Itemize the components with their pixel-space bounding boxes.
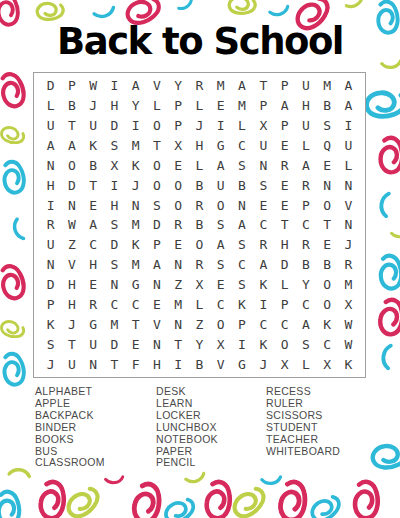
grid-cell[interactable]: K [253,334,274,354]
grid-cell[interactable]: O [210,314,231,334]
grid-cell[interactable]: I [168,354,189,374]
grid-cell[interactable]: Y [295,275,316,295]
grid-cell[interactable]: S [210,255,231,275]
grid-cell[interactable]: V [338,195,359,215]
doodle-curve-icon [174,0,197,14]
word-list-item: BACKPACK [35,410,156,422]
grid-cell[interactable]: L [40,96,61,116]
grid-cell[interactable]: A [295,314,316,334]
grid-cell[interactable]: V [210,354,231,374]
doodle-curve-icon [259,473,282,488]
grid-cell[interactable]: G [231,354,252,374]
doodle-curve-icon [267,4,290,19]
grid-cell[interactable]: P [253,96,274,116]
grid-cell[interactable]: E [168,155,189,175]
grid-cell[interactable]: O [316,195,337,215]
grid-cell[interactable]: M [316,76,337,96]
grid-cell[interactable]: J [83,96,104,116]
grid-cell[interactable]: L [189,295,210,315]
grid-cell[interactable]: J [40,354,61,374]
grid-cell[interactable]: C [210,295,231,315]
grid-cell[interactable]: K [338,354,359,374]
grid-cell[interactable]: I [231,334,252,354]
word-list: ALPHABETAPPLEBACKPACKBINDERBOOKSBUSCLASS… [35,386,385,469]
grid-cell[interactable]: N [146,334,167,354]
grid-cell[interactable]: I [253,295,274,315]
grid-cell[interactable]: H [104,195,125,215]
grid-cell[interactable]: U [295,76,316,96]
grid-cell[interactable]: S [210,215,231,235]
grid-cell[interactable]: G [125,275,146,295]
grid-cell[interactable]: B [61,96,82,116]
grid-cell[interactable]: C [316,334,337,354]
doodle-curve-icon [342,0,367,12]
paperclip-icon [125,478,168,518]
grid-cell[interactable]: A [83,215,104,235]
grid-cell[interactable]: W [83,76,104,96]
word-list-item: LOCKER [156,410,266,422]
grid-cell[interactable]: A [295,155,316,175]
grid-cell[interactable]: H [40,175,61,195]
word-list-item: BOOKS [35,434,156,446]
grid-cell[interactable]: E [146,295,167,315]
grid-cell[interactable]: R [168,215,189,235]
doodle-curve-icon [91,5,116,21]
grid-cell[interactable]: O [146,175,167,195]
grid-cell[interactable]: E [83,275,104,295]
grid-cell[interactable]: D [61,175,82,195]
paperclip-icon [305,488,345,518]
grid-cell[interactable]: S [253,175,274,195]
grid-cell[interactable]: C [83,235,104,255]
grid-cell[interactable]: M [338,275,359,295]
grid-cell[interactable]: Y [168,76,189,96]
grid-cell[interactable]: O [189,235,210,255]
grid-cell[interactable]: M [168,295,189,315]
word-list-item: STUDENT [266,422,340,434]
grid-cell[interactable]: A [125,76,146,96]
grid-cell[interactable]: S [104,136,125,156]
paperclip-icon [0,317,27,341]
grid-cell[interactable]: C [104,295,125,315]
grid-cell[interactable]: M [231,96,252,116]
grid-cell[interactable]: X [316,354,337,374]
grid-cell[interactable]: N [231,195,252,215]
grid-cell[interactable]: E [253,195,274,215]
grid-cell[interactable]: D [146,215,167,235]
grid-cell[interactable]: N [253,155,274,175]
grid-cell[interactable]: A [40,136,61,156]
grid-cell[interactable]: T [316,215,337,235]
grid-cell[interactable]: H [295,96,316,116]
grid-cell[interactable]: J [253,354,274,374]
grid-cell[interactable]: X [104,155,125,175]
word-list-item: SCISSORS [266,410,340,422]
grid-cell[interactable]: J [125,175,146,195]
grid-cell[interactable]: O [146,116,167,136]
grid-cell[interactable]: A [338,76,359,96]
grid-cell[interactable]: J [61,314,82,334]
grid-cell[interactable]: R [83,295,104,315]
grid-cell[interactable]: E [274,136,295,156]
paperclip-icon [61,480,103,518]
grid-cell[interactable]: N [168,255,189,275]
paperclip-icon [0,259,36,307]
grid-cell[interactable]: V [146,76,167,96]
grid-cell[interactable]: W [338,314,359,334]
grid-cell[interactable]: U [83,116,104,136]
grid-cell[interactable]: R [189,76,210,96]
grid-cell[interactable]: S [104,255,125,275]
word-search-grid: DPWIAVYRMATPUMALBJHYLPLEMPAHBAUTUDIOPJIL… [33,72,366,378]
grid-cell[interactable]: I [40,195,61,215]
grid-cell[interactable]: K [253,275,274,295]
grid-cell[interactable]: N [40,255,61,275]
grid-cell[interactable]: E [274,175,295,195]
grid-cell[interactable]: P [40,295,61,315]
grid-cell[interactable]: F [125,354,146,374]
page-title: Back to School [0,20,400,63]
word-list-item: NOTEBOOK [156,434,266,446]
grid-cell[interactable]: L [189,96,210,116]
grid-cell[interactable]: C [231,255,252,275]
grid-cell[interactable]: G [210,136,231,156]
grid-cell[interactable]: S [295,334,316,354]
grid-cell[interactable]: E [316,155,337,175]
grid-cell[interactable]: N [61,195,82,215]
grid-cell[interactable]: C [231,136,252,156]
paperclip-icon [159,490,200,518]
paperclip-icon [0,123,27,147]
grid-cell[interactable]: E [83,195,104,215]
grid-cell[interactable]: N [146,275,167,295]
grid-cell[interactable]: Z [189,314,210,334]
grid-cell[interactable]: R [295,175,316,195]
grid-cell[interactable]: H [146,354,167,374]
grid-cell[interactable]: A [231,215,252,235]
grid-cell[interactable]: P [168,96,189,116]
grid-cell[interactable]: W [61,215,82,235]
doodle-curve-icon [6,462,33,483]
word-list-item: TEACHER [266,434,340,446]
grid-cell[interactable]: L [295,136,316,156]
grid-cell[interactable]: N [104,275,125,295]
word-list-item: LUNCHBOX [156,422,266,434]
paperclip-icon [0,156,35,201]
word-list-column: DESKLEARNLOCKERLUNCHBOXNOTEBOOKPAPERPENC… [156,386,266,469]
grid-cell[interactable]: A [146,255,167,275]
grid-cell[interactable]: B [231,175,252,195]
paperclip-icon [368,249,400,296]
grid-cell[interactable]: J [189,116,210,136]
grid-cell[interactable]: U [210,175,231,195]
grid-cell[interactable]: C [253,215,274,235]
paperclip-icon [30,476,74,518]
grid-cell[interactable]: O [274,334,295,354]
grid-cell[interactable]: S [231,155,252,175]
grid-cell[interactable]: E [274,195,295,215]
grid-cell[interactable]: T [168,334,189,354]
grid-cell[interactable]: N [316,175,337,195]
grid-cell[interactable]: W [338,334,359,354]
grid-cell[interactable]: H [104,96,125,116]
grid-cell[interactable]: B [295,255,316,275]
grid-cell[interactable]: P [295,195,316,215]
grid-cell[interactable]: O [168,175,189,195]
grid-cell[interactable]: D [40,275,61,295]
grid-cell[interactable]: V [146,314,167,334]
grid-cell[interactable]: R [338,255,359,275]
grid-cell[interactable]: S [104,215,125,235]
grid-cell[interactable]: G [83,314,104,334]
grid-cell[interactable]: O [168,195,189,215]
grid-cell[interactable]: D [104,235,125,255]
grid-cell[interactable]: E [210,96,231,116]
grid-cell[interactable]: U [253,136,274,156]
word-list-column: ALPHABETAPPLEBACKPACKBINDERBOOKSBUSCLASS… [35,386,156,469]
grid-cell[interactable]: M [125,255,146,275]
grid-cell[interactable]: R [189,195,210,215]
grid-cell[interactable]: U [295,116,316,136]
grid-cell[interactable]: R [40,215,61,235]
grid-cell[interactable]: T [253,76,274,96]
grid-cell[interactable]: O [316,275,337,295]
doodle-curve-icon [373,189,397,219]
grid-cell[interactable]: N [338,175,359,195]
grid-cell[interactable]: J [338,235,359,255]
grid-cell[interactable]: H [61,295,82,315]
word-list-item: CLASSROOM [35,457,156,469]
grid-cell[interactable]: D [40,76,61,96]
grid-cell[interactable]: K [316,314,337,334]
grid-cell[interactable]: N [40,155,61,175]
grid-cell[interactable]: X [253,116,274,136]
grid-cell[interactable]: I [104,76,125,96]
grid-cell[interactable]: D [104,116,125,136]
grid-cell[interactable]: E [316,235,337,255]
grid-cell[interactable]: X [274,354,295,374]
grid-cell[interactable]: C [295,295,316,315]
word-list-column: RECESSRULERSCISSORSSTUDENTTEACHERWHITEBO… [266,386,340,469]
grid-cell[interactable]: A [210,235,231,255]
grid-cell[interactable]: R [295,235,316,255]
grid-cell[interactable]: R [274,155,295,175]
grid-cell[interactable]: P [231,314,252,334]
grid-cell[interactable]: K [125,235,146,255]
grid-cell[interactable]: A [231,76,252,96]
grid-cell[interactable]: D [104,334,125,354]
paperclip-icon [370,294,400,342]
grid-cell[interactable]: T [83,175,104,195]
grid-cell[interactable]: P [274,116,295,136]
grid-cell[interactable]: N [125,195,146,215]
grid-cell[interactable]: E [125,334,146,354]
grid-cell[interactable]: I [338,116,359,136]
grid-cell[interactable]: Y [189,334,210,354]
grid-cell[interactable]: O [61,155,82,175]
grid-cell[interactable]: S [231,235,252,255]
grid-cell[interactable]: B [83,155,104,175]
grid-cell[interactable]: K [125,155,146,175]
grid-cell[interactable]: K [83,136,104,156]
grid-cell[interactable]: B [316,255,337,275]
grid-cell[interactable]: L [274,275,295,295]
grid-cell[interactable]: I [125,116,146,136]
grid-cell[interactable]: H [274,235,295,255]
grid-cell[interactable]: P [274,76,295,96]
grid-cell[interactable]: T [274,215,295,235]
grid-cell[interactable]: Z [168,275,189,295]
grid-cell[interactable]: B [189,354,210,374]
doodle-curve-icon [390,227,400,241]
grid-cell[interactable]: A [274,96,295,116]
grid-cell[interactable]: X [210,334,231,354]
grid-cell[interactable]: M [104,314,125,334]
paperclip-icon [0,67,36,115]
grid-cell[interactable]: L [146,96,167,116]
grid-cell[interactable]: P [146,235,167,255]
grid-cell[interactable]: I [104,175,125,195]
paperclip-icon [223,0,260,22]
grid-cell[interactable]: Z [61,235,82,255]
doodle-curve-icon [183,471,206,486]
grid-cell[interactable]: L [338,155,359,175]
grid-cell[interactable]: B [189,175,210,195]
grid-cell[interactable]: M [210,76,231,96]
grid-cell[interactable]: M [125,136,146,156]
grid-cell[interactable]: L [295,354,316,374]
paperclip-icon [369,132,400,181]
grid-cell[interactable]: R [189,255,210,275]
grid-cell[interactable]: A [61,136,82,156]
grid-cell[interactable]: U [40,235,61,255]
grid-cell[interactable]: C [125,295,146,315]
grid-cell[interactable]: X [168,136,189,156]
grid-cell[interactable]: T [125,314,146,334]
grid-cell[interactable]: B [189,215,210,235]
grid-cell[interactable]: T [61,116,82,136]
grid-cell[interactable]: P [61,76,82,96]
grid-cell[interactable]: H [83,255,104,275]
grid-cell[interactable]: V [61,255,82,275]
word-list-item: BINDER [35,422,156,434]
grid-cell[interactable]: N [338,215,359,235]
grid-cell[interactable]: I [210,116,231,136]
grid-cell[interactable]: B [316,96,337,116]
grid-cell[interactable]: N [83,354,104,374]
grid-cell[interactable]: O [316,295,337,315]
grid-cell[interactable]: M [125,215,146,235]
grid-cell[interactable]: L [189,155,210,175]
grid-cell[interactable]: E [168,235,189,255]
grid-cell[interactable]: A [253,255,274,275]
grid-cell[interactable]: U [40,116,61,136]
grid-cell[interactable]: P [274,295,295,315]
grid-cell[interactable]: Q [316,136,337,156]
grid-cell[interactable]: Y [125,96,146,116]
grid-cell[interactable]: K [40,314,61,334]
word-list-item: WHITEBOARD [266,446,340,458]
paperclip-icon [343,475,390,518]
doodle-curve-icon [10,216,26,241]
grid-cell[interactable]: U [338,136,359,156]
grid-cell[interactable]: H [189,136,210,156]
word-list-item: PENCIL [156,457,266,469]
paperclip-icon [227,480,269,518]
grid-cell[interactable]: O [146,155,167,175]
paperclip-icon [270,476,315,518]
grid-cell[interactable]: S [146,195,167,215]
grid-cell[interactable]: A [210,155,231,175]
grid-cell[interactable]: T [104,354,125,374]
grid-cell[interactable]: C [295,215,316,235]
grid-cell[interactable]: C [274,314,295,334]
doodle-curve-icon [104,473,125,487]
grid-cell[interactable]: S [231,275,252,295]
grid-cell[interactable]: O [210,195,231,215]
grid-cell[interactable]: T [146,136,167,156]
grid-cell[interactable]: S [316,116,337,136]
grid-cell[interactable]: K [231,295,252,315]
paperclip-icon [0,485,31,518]
grid-cell[interactable]: T [61,334,82,354]
grid-cell[interactable]: H [61,275,82,295]
grid-cell[interactable]: R [253,235,274,255]
grid-cell[interactable]: A [338,96,359,116]
paperclip-icon [196,476,240,518]
grid-cell[interactable]: D [274,255,295,275]
grid-cell[interactable]: U [83,334,104,354]
grid-cell[interactable]: X [338,295,359,315]
grid-cell[interactable]: P [168,116,189,136]
grid-cell[interactable]: N [168,314,189,334]
grid-cell[interactable]: L [231,116,252,136]
grid-cell[interactable]: X [189,275,210,295]
grid-cell[interactable]: S [40,334,61,354]
grid-cell[interactable]: E [210,275,231,295]
paperclip-icon [0,348,35,393]
grid-cell[interactable]: U [61,354,82,374]
doodle-curve-icon [375,341,399,371]
worksheet-page: Back to School DPWIAVYRMATPUMALBJHYLPLEM… [0,0,400,518]
grid-cell[interactable]: C [253,314,274,334]
